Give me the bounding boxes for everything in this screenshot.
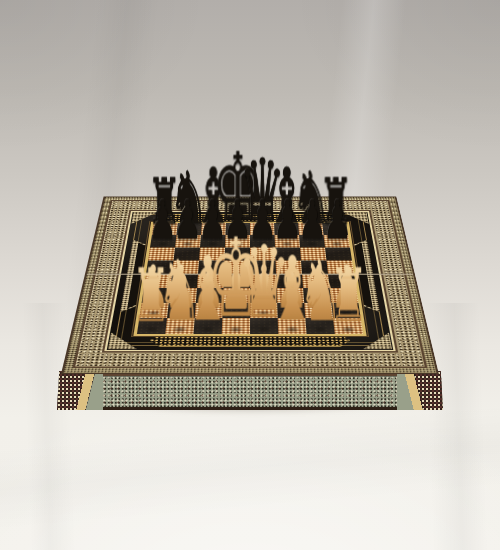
piece-shadow [179, 226, 198, 234]
front-left-brass-corner [57, 371, 103, 410]
piece-shadow [301, 226, 320, 234]
square-b8[interactable] [176, 223, 201, 235]
piece-shadow [325, 226, 345, 234]
front-right-brass-corner [397, 371, 443, 410]
rook-glyph: ♜ [329, 259, 369, 333]
piece-shadow [155, 226, 175, 234]
square-a8[interactable] [152, 223, 178, 235]
square-g8[interactable] [298, 223, 323, 235]
front-cartouche-panel [149, 334, 350, 347]
chess-board[interactable]: ♜♞♝♚♛♝♞♜♟♟♟♟♟♟♟♟♟♟♟♟♟♟♟♟♜♞♝♚♛♝♞♜ [61, 196, 439, 374]
square-h8[interactable] [322, 223, 348, 235]
board-front-edge [57, 371, 443, 410]
piece-white-rook-h1[interactable]: ♜ [333, 318, 363, 334]
